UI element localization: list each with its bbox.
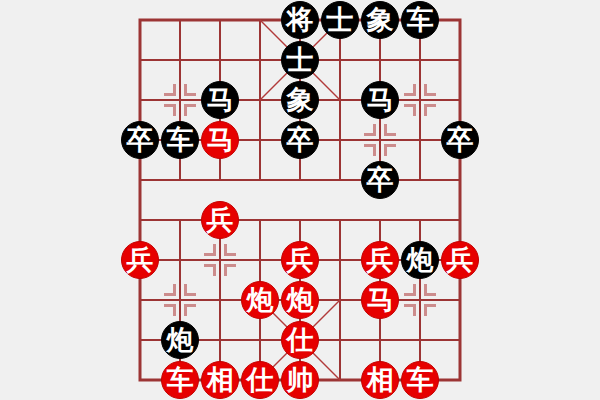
piece-black-general[interactable]: 将 <box>281 1 319 39</box>
piece-red-soldier[interactable]: 兵 <box>281 241 319 279</box>
piece-red-soldier[interactable]: 兵 <box>361 241 399 279</box>
marker-corner <box>404 104 416 116</box>
marker-corner <box>184 304 196 316</box>
piece-black-soldier[interactable]: 卒 <box>361 161 399 199</box>
marker-corner <box>424 84 436 96</box>
marker-corner <box>224 264 236 276</box>
marker-corner <box>384 144 396 156</box>
xiangqi-app: 将士象车士马象马卒车马卒卒卒兵兵兵兵炮兵炮炮马炮仕车相仕帅相车 <box>0 0 600 400</box>
marker-corner <box>384 124 396 136</box>
xiangqi-board[interactable]: 将士象车士马象马卒车马卒卒卒兵兵兵兵炮兵炮炮马炮仕车相仕帅相车 <box>120 0 480 400</box>
piece-black-elephant[interactable]: 象 <box>361 1 399 39</box>
piece-black-soldier[interactable]: 卒 <box>121 121 159 159</box>
piece-red-soldier[interactable]: 兵 <box>121 241 159 279</box>
piece-red-advisor[interactable]: 仕 <box>241 361 279 399</box>
piece-black-soldier[interactable]: 卒 <box>281 121 319 159</box>
marker-corner <box>164 104 176 116</box>
marker-corner <box>184 84 196 96</box>
piece-black-elephant[interactable]: 象 <box>281 81 319 119</box>
marker-corner <box>204 244 216 256</box>
marker-corner <box>424 304 436 316</box>
marker-corner <box>424 284 436 296</box>
piece-red-horse[interactable]: 马 <box>201 121 239 159</box>
marker-corner <box>164 304 176 316</box>
marker-corner <box>204 264 216 276</box>
piece-black-cannon[interactable]: 炮 <box>401 241 439 279</box>
marker-corner <box>404 284 416 296</box>
marker-corner <box>364 144 376 156</box>
marker-corner <box>184 284 196 296</box>
piece-red-advisor[interactable]: 仕 <box>281 321 319 359</box>
piece-black-advisor[interactable]: 士 <box>281 41 319 79</box>
marker-corner <box>164 284 176 296</box>
marker-corner <box>404 84 416 96</box>
last-move-marker <box>202 242 238 278</box>
last-move-marker <box>402 82 438 118</box>
piece-red-soldier[interactable]: 兵 <box>441 241 479 279</box>
last-move-marker <box>162 282 198 318</box>
piece-red-soldier[interactable]: 兵 <box>201 201 239 239</box>
last-move-marker <box>402 282 438 318</box>
piece-red-horse[interactable]: 马 <box>361 281 399 319</box>
marker-corner <box>404 304 416 316</box>
piece-black-advisor[interactable]: 士 <box>321 1 359 39</box>
marker-corner <box>164 84 176 96</box>
last-move-marker <box>362 122 398 158</box>
piece-black-soldier[interactable]: 卒 <box>441 121 479 159</box>
piece-red-chariot[interactable]: 车 <box>161 361 199 399</box>
piece-red-cannon[interactable]: 炮 <box>281 281 319 319</box>
piece-red-chariot[interactable]: 车 <box>401 361 439 399</box>
piece-black-chariot[interactable]: 车 <box>161 121 199 159</box>
piece-black-horse[interactable]: 马 <box>361 81 399 119</box>
piece-black-cannon[interactable]: 炮 <box>161 321 199 359</box>
piece-black-horse[interactable]: 马 <box>201 81 239 119</box>
piece-black-chariot[interactable]: 车 <box>401 1 439 39</box>
marker-corner <box>184 104 196 116</box>
piece-red-elephant[interactable]: 相 <box>201 361 239 399</box>
marker-corner <box>424 104 436 116</box>
marker-corner <box>224 244 236 256</box>
piece-red-cannon[interactable]: 炮 <box>241 281 279 319</box>
piece-red-general[interactable]: 帅 <box>281 361 319 399</box>
marker-corner <box>364 124 376 136</box>
last-move-marker <box>162 82 198 118</box>
piece-red-elephant[interactable]: 相 <box>361 361 399 399</box>
